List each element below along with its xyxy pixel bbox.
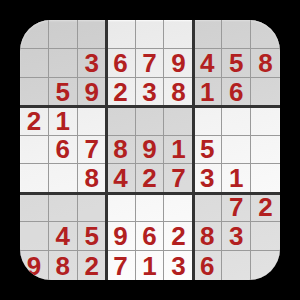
cell-r9c1[interactable]: 9: [20, 251, 49, 280]
cell-r7c1[interactable]: [20, 193, 49, 222]
box-divider-horizontal-2: [20, 192, 280, 195]
cell-r3c7[interactable]: 1: [193, 78, 222, 107]
cell-r6c4[interactable]: 4: [107, 164, 136, 193]
cell-r2c3[interactable]: 3: [78, 49, 107, 78]
cell-r7c9[interactable]: 2: [251, 193, 280, 222]
cell-r9c6[interactable]: 3: [164, 251, 193, 280]
cell-r4c4[interactable]: [107, 107, 136, 136]
cell-r1c4[interactable]: [107, 20, 136, 49]
cell-r8c9[interactable]: [251, 222, 280, 251]
cell-r1c5[interactable]: [136, 20, 165, 49]
cell-r3c8[interactable]: 6: [222, 78, 251, 107]
cell-r1c9[interactable]: [251, 20, 280, 49]
cell-r1c1[interactable]: [20, 20, 49, 49]
cell-r1c3[interactable]: [78, 20, 107, 49]
cell-r8c3[interactable]: 5: [78, 222, 107, 251]
cell-r4c8[interactable]: [222, 107, 251, 136]
cell-r4c6[interactable]: [164, 107, 193, 136]
cell-r4c9[interactable]: [251, 107, 280, 136]
cell-r1c2[interactable]: [49, 20, 78, 49]
cell-r3c3[interactable]: 9: [78, 78, 107, 107]
cell-r8c8[interactable]: 3: [222, 222, 251, 251]
cell-r4c3[interactable]: [78, 107, 107, 136]
cell-r3c1[interactable]: [20, 78, 49, 107]
cell-r3c9[interactable]: [251, 78, 280, 107]
cell-r7c6[interactable]: [164, 193, 193, 222]
cell-r2c9[interactable]: 8: [251, 49, 280, 78]
cell-r5c5[interactable]: 9: [136, 136, 165, 165]
cell-r6c6[interactable]: 7: [164, 164, 193, 193]
cell-r5c6[interactable]: 1: [164, 136, 193, 165]
cell-r6c1[interactable]: [20, 164, 49, 193]
cell-r7c7[interactable]: [193, 193, 222, 222]
cell-r7c8[interactable]: 7: [222, 193, 251, 222]
cell-r1c8[interactable]: [222, 20, 251, 49]
cell-r2c4[interactable]: 6: [107, 49, 136, 78]
cell-r5c8[interactable]: [222, 136, 251, 165]
box-divider-vertical-2: [192, 20, 195, 280]
cell-r5c4[interactable]: 8: [107, 136, 136, 165]
cell-r7c4[interactable]: [107, 193, 136, 222]
cell-r2c7[interactable]: 4: [193, 49, 222, 78]
cell-r2c2[interactable]: [49, 49, 78, 78]
cell-r6c2[interactable]: [49, 164, 78, 193]
box-divider-horizontal-1: [20, 105, 280, 108]
cell-r5c9[interactable]: [251, 136, 280, 165]
cell-r9c2[interactable]: 8: [49, 251, 78, 280]
cell-r9c5[interactable]: 1: [136, 251, 165, 280]
cell-r3c2[interactable]: 5: [49, 78, 78, 107]
cell-r4c7[interactable]: [193, 107, 222, 136]
cell-r6c7[interactable]: 3: [193, 164, 222, 193]
cell-r9c9[interactable]: [251, 251, 280, 280]
cell-r8c2[interactable]: 4: [49, 222, 78, 251]
cell-r8c7[interactable]: 8: [193, 222, 222, 251]
cell-r5c3[interactable]: 7: [78, 136, 107, 165]
cell-r9c8[interactable]: [222, 251, 251, 280]
cell-r6c8[interactable]: 1: [222, 164, 251, 193]
cell-r4c1[interactable]: 2: [20, 107, 49, 136]
cell-r3c6[interactable]: 8: [164, 78, 193, 107]
cell-r3c5[interactable]: 3: [136, 78, 165, 107]
cell-r9c4[interactable]: 7: [107, 251, 136, 280]
cell-r8c5[interactable]: 6: [136, 222, 165, 251]
cell-r8c6[interactable]: 2: [164, 222, 193, 251]
cell-r6c3[interactable]: 8: [78, 164, 107, 193]
cell-r4c2[interactable]: 1: [49, 107, 78, 136]
cell-r2c1[interactable]: [20, 49, 49, 78]
cell-r1c7[interactable]: [193, 20, 222, 49]
cell-r2c8[interactable]: 5: [222, 49, 251, 78]
cell-r8c4[interactable]: 9: [107, 222, 136, 251]
cell-r6c9[interactable]: [251, 164, 280, 193]
icon-background: 3679458592381621678915842731724596283982…: [0, 0, 300, 300]
cell-r6c5[interactable]: 2: [136, 164, 165, 193]
box-divider-vertical-1: [105, 20, 108, 280]
cell-r2c6[interactable]: 9: [164, 49, 193, 78]
cell-r7c2[interactable]: [49, 193, 78, 222]
cell-r7c3[interactable]: [78, 193, 107, 222]
cell-r9c7[interactable]: 6: [193, 251, 222, 280]
cell-r5c7[interactable]: 5: [193, 136, 222, 165]
cell-r1c6[interactable]: [164, 20, 193, 49]
sudoku-board: 3679458592381621678915842731724596283982…: [20, 20, 280, 280]
cell-r5c2[interactable]: 6: [49, 136, 78, 165]
cell-r3c4[interactable]: 2: [107, 78, 136, 107]
cell-r9c3[interactable]: 2: [78, 251, 107, 280]
sudoku-grid: 3679458592381621678915842731724596283982…: [20, 20, 280, 280]
cell-r8c1[interactable]: [20, 222, 49, 251]
cell-r5c1[interactable]: [20, 136, 49, 165]
cell-r7c5[interactable]: [136, 193, 165, 222]
cell-r4c5[interactable]: [136, 107, 165, 136]
cell-r2c5[interactable]: 7: [136, 49, 165, 78]
